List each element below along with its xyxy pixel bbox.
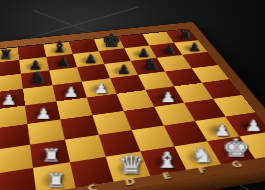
white-queen[interactable]: ♛ xyxy=(118,152,145,178)
white-pawn[interactable]: ♟ xyxy=(94,81,109,95)
square-c4[interactable] xyxy=(56,98,92,120)
white-knight[interactable]: ♞ xyxy=(191,145,213,166)
square-b4[interactable]: ♟ xyxy=(25,102,60,125)
white-rook[interactable]: ♜ xyxy=(42,146,61,164)
black-knight[interactable]: ♞ xyxy=(29,70,47,86)
black-bishop[interactable]: ♝ xyxy=(51,40,68,56)
black-pawn[interactable]: ♟ xyxy=(163,44,176,56)
white-pawn[interactable]: ♟ xyxy=(36,106,52,121)
white-bishop[interactable]: ♝ xyxy=(156,149,180,172)
square-b1[interactable]: ♜ xyxy=(33,162,76,190)
board-wood-frame: ♜♝♚♜♟♟♟♟♟♟♞♟♞♟♟♟♟♟♜♟♟♜♛♝♞♚ ABCDEFGH 8765… xyxy=(0,21,265,190)
black-pawn[interactable]: ♟ xyxy=(188,41,201,53)
square-a1[interactable] xyxy=(0,168,36,190)
chess-board[interactable]: ♜♝♚♜♟♟♟♟♟♟♞♟♞♟♟♟♟♟♜♟♟♜♛♝♞♚ ABCDEFGH 8765… xyxy=(0,21,265,190)
white-pawn[interactable]: ♟ xyxy=(64,85,79,99)
black-knight[interactable]: ♞ xyxy=(142,57,159,73)
square-b5[interactable] xyxy=(23,85,56,105)
square-a7[interactable] xyxy=(0,60,21,77)
white-pawn[interactable]: ♟ xyxy=(245,118,262,134)
square-b3[interactable] xyxy=(27,120,64,145)
black-rook[interactable]: ♜ xyxy=(179,29,192,41)
black-king[interactable]: ♚ xyxy=(102,32,121,50)
black-pawn[interactable]: ♟ xyxy=(56,56,70,69)
white-pawn[interactable]: ♟ xyxy=(161,90,176,104)
black-rook[interactable]: ♜ xyxy=(0,48,13,61)
square-e4[interactable] xyxy=(117,90,155,111)
black-pawn[interactable]: ♟ xyxy=(117,63,131,76)
black-pawn[interactable]: ♟ xyxy=(84,53,97,65)
white-pawn[interactable]: ♟ xyxy=(1,93,17,107)
square-a4[interactable] xyxy=(0,106,27,129)
white-rook[interactable]: ♜ xyxy=(46,170,67,190)
white-king[interactable]: ♚ xyxy=(223,135,251,161)
chess-scene: ♜♝♚♜♟♟♟♟♟♟♞♟♞♟♟♟♟♟♜♟♟♜♛♝♞♚ ABCDEFGH 8765… xyxy=(0,0,265,190)
